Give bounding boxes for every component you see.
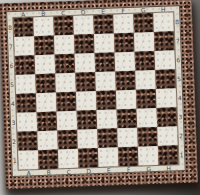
square-g8[interactable] bbox=[133, 13, 154, 33]
square-b6[interactable] bbox=[35, 55, 56, 75]
square-d2[interactable] bbox=[77, 129, 98, 149]
file-label-bottom-g: G bbox=[139, 165, 159, 173]
square-b7[interactable] bbox=[34, 36, 55, 56]
square-e8[interactable] bbox=[93, 14, 114, 34]
chess-board: ABCDEFGH8877665544332211ABCDEFGH bbox=[0, 0, 198, 189]
square-f1[interactable] bbox=[118, 147, 139, 167]
square-d3[interactable] bbox=[77, 110, 98, 130]
square-f7[interactable] bbox=[114, 33, 135, 53]
square-c8[interactable] bbox=[53, 16, 74, 36]
square-f3[interactable] bbox=[117, 109, 138, 129]
square-f8[interactable] bbox=[113, 14, 134, 34]
square-b1[interactable] bbox=[38, 149, 59, 169]
square-h7[interactable] bbox=[154, 31, 175, 51]
file-label-bottom-a: A bbox=[19, 169, 39, 177]
square-c4[interactable] bbox=[56, 92, 77, 112]
square-e7[interactable] bbox=[94, 33, 115, 53]
square-b4[interactable] bbox=[36, 92, 57, 112]
square-e1[interactable] bbox=[98, 147, 119, 167]
file-label-bottom-c: C bbox=[59, 168, 79, 176]
rank-label-right-7: 7 bbox=[174, 31, 182, 50]
square-e4[interactable] bbox=[96, 90, 117, 110]
square-c7[interactable] bbox=[54, 35, 75, 55]
square-f2[interactable] bbox=[117, 128, 138, 148]
file-label-bottom-f: F bbox=[119, 166, 139, 174]
rank-label-right-5: 5 bbox=[175, 69, 183, 88]
square-e6[interactable] bbox=[95, 52, 116, 72]
square-a2[interactable] bbox=[17, 131, 38, 151]
square-f4[interactable] bbox=[116, 90, 137, 110]
square-g4[interactable] bbox=[136, 89, 157, 109]
file-label-bottom-e: E bbox=[99, 166, 119, 174]
square-g1[interactable] bbox=[138, 146, 159, 166]
rank-label-right-1: 1 bbox=[178, 145, 186, 164]
square-c6[interactable] bbox=[55, 54, 76, 74]
square-a5[interactable] bbox=[15, 74, 36, 94]
rank-label-right-8: 8 bbox=[173, 12, 181, 31]
square-a1[interactable] bbox=[18, 150, 39, 170]
file-label-bottom-d: D bbox=[79, 167, 99, 175]
square-c2[interactable] bbox=[57, 130, 78, 150]
square-g6[interactable] bbox=[135, 51, 156, 71]
square-c5[interactable] bbox=[55, 73, 76, 93]
square-g3[interactable] bbox=[137, 108, 158, 128]
square-e2[interactable] bbox=[97, 128, 118, 148]
square-h8[interactable] bbox=[153, 12, 174, 32]
square-e5[interactable] bbox=[95, 71, 116, 91]
square-g5[interactable] bbox=[135, 70, 156, 90]
square-c1[interactable] bbox=[58, 149, 79, 169]
square-h5[interactable] bbox=[155, 69, 176, 89]
square-b3[interactable] bbox=[37, 111, 58, 131]
square-a7[interactable] bbox=[14, 36, 35, 56]
square-h1[interactable] bbox=[158, 145, 179, 165]
square-a3[interactable] bbox=[17, 112, 38, 132]
square-h2[interactable] bbox=[157, 126, 178, 146]
square-d5[interactable] bbox=[75, 72, 96, 92]
square-c3[interactable] bbox=[57, 111, 78, 131]
square-g2[interactable] bbox=[137, 127, 158, 147]
square-h6[interactable] bbox=[155, 50, 176, 70]
square-f6[interactable] bbox=[115, 52, 136, 72]
strip-corner bbox=[179, 164, 186, 171]
square-a8[interactable] bbox=[13, 17, 34, 37]
rank-label-right-2: 2 bbox=[177, 126, 185, 145]
square-a6[interactable] bbox=[15, 55, 36, 75]
rank-label-right-4: 4 bbox=[176, 88, 184, 107]
square-e3[interactable] bbox=[97, 109, 118, 129]
square-d7[interactable] bbox=[74, 34, 95, 54]
photo-background: ABCDEFGH8877665544332211ABCDEFGH bbox=[0, 0, 200, 195]
file-label-bottom-h: H bbox=[159, 164, 179, 172]
rank-label-right-3: 3 bbox=[177, 107, 185, 126]
square-d6[interactable] bbox=[75, 53, 96, 73]
square-d4[interactable] bbox=[76, 91, 97, 111]
square-a4[interactable] bbox=[16, 93, 37, 113]
square-h4[interactable] bbox=[156, 88, 177, 108]
board-coordinate-strip: ABCDEFGH8877665544332211ABCDEFGH bbox=[6, 5, 186, 177]
square-d8[interactable] bbox=[73, 15, 94, 35]
rank-label-right-6: 6 bbox=[175, 50, 183, 69]
square-b5[interactable] bbox=[35, 73, 56, 93]
file-label-bottom-b: B bbox=[39, 168, 59, 176]
square-b8[interactable] bbox=[33, 17, 54, 37]
square-d1[interactable] bbox=[78, 148, 99, 168]
square-b2[interactable] bbox=[37, 130, 58, 150]
square-f5[interactable] bbox=[115, 71, 136, 91]
square-g7[interactable] bbox=[134, 32, 155, 52]
square-h3[interactable] bbox=[157, 107, 178, 127]
